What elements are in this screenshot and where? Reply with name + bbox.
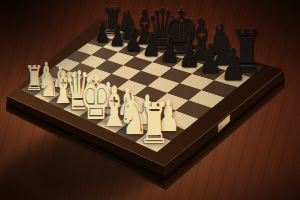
- piece-white-rook-h1[interactable]: ♜: [139, 97, 170, 153]
- piece-black-pawn-h7[interactable]: ♟: [221, 43, 246, 88]
- pieces-layer: ♜♞♝♛♚♝♞♜♟♟♟♟♟♟♟♟♟♟♟♟♟♟♟♟♜♞♝♛♚♝♞♜: [0, 0, 300, 200]
- chess-photo-scene: Wooden box chess set with all pieces in …: [0, 0, 300, 200]
